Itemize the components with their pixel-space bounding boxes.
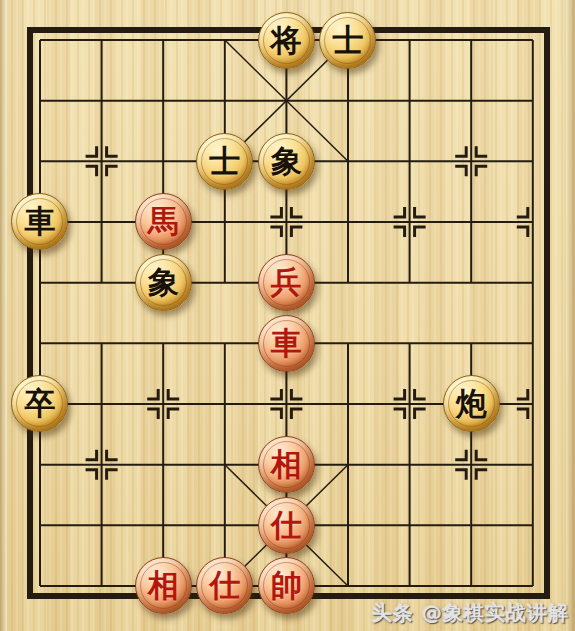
intersection-c7-r2 — [440, 131, 502, 192]
piece-glyph: 象 — [271, 146, 302, 177]
piece-black-advisor-2[interactable]: 士 — [196, 133, 253, 190]
piece-black-advisor-1[interactable]: 士 — [319, 12, 376, 69]
intersection-c1-r7 — [71, 434, 133, 495]
intersection-c7-r8 — [440, 495, 502, 556]
intersection-c3-r0 — [194, 10, 256, 71]
intersection-c4-r9: 帥 — [256, 556, 318, 617]
intersection-c2-r9: 相 — [132, 556, 194, 617]
intersection-c6-r2 — [379, 131, 441, 192]
intersection-c2-r1 — [132, 70, 194, 131]
intersection-c3-r8 — [194, 495, 256, 556]
intersection-c8-r4 — [502, 252, 564, 313]
intersection-c1-r2 — [71, 131, 133, 192]
intersection-c4-r2: 象 — [256, 131, 318, 192]
piece-red-general[interactable]: 帥 — [258, 557, 315, 614]
piece-glyph: 象 — [148, 267, 179, 298]
piece-glyph: 相 — [271, 449, 302, 480]
intersection-c4-r3 — [256, 192, 318, 253]
intersection-c3-r4 — [194, 252, 256, 313]
intersection-c7-r3 — [440, 192, 502, 253]
intersection-c2-r7 — [132, 434, 194, 495]
piece-black-elephant-1[interactable]: 象 — [258, 133, 315, 190]
intersection-c2-r3: 馬 — [132, 192, 194, 253]
intersection-c0-r9 — [9, 556, 71, 617]
intersection-c4-r5: 車 — [256, 313, 318, 374]
piece-glyph: 士 — [209, 146, 240, 177]
intersection-c4-r0: 将 — [256, 10, 318, 71]
piece-red-horse[interactable]: 馬 — [135, 193, 192, 250]
intersection-c7-r7 — [440, 434, 502, 495]
piece-glyph: 帥 — [271, 570, 302, 601]
intersection-c8-r2 — [502, 131, 564, 192]
piece-red-soldier[interactable]: 兵 — [258, 254, 315, 311]
intersection-c0-r0 — [9, 10, 71, 71]
intersection-c8-r6 — [502, 374, 564, 435]
intersection-c4-r8: 仕 — [256, 495, 318, 556]
intersection-c8-r5 — [502, 313, 564, 374]
intersection-c7-r6: 炮 — [440, 374, 502, 435]
intersection-c0-r7 — [9, 434, 71, 495]
intersection-c6-r0 — [379, 10, 441, 71]
intersection-c2-r5 — [132, 313, 194, 374]
intersection-c3-r1 — [194, 70, 256, 131]
intersection-c8-r0 — [502, 10, 564, 71]
intersection-c5-r8 — [317, 495, 379, 556]
piece-glyph: 車 — [271, 328, 302, 359]
intersection-c3-r2: 士 — [194, 131, 256, 192]
intersection-c8-r7 — [502, 434, 564, 495]
intersection-c2-r6 — [132, 374, 194, 435]
intersection-c0-r5 — [9, 313, 71, 374]
intersection-c1-r1 — [71, 70, 133, 131]
intersection-c1-r4 — [71, 252, 133, 313]
piece-glyph: 将 — [271, 25, 302, 56]
piece-glyph: 兵 — [271, 267, 302, 298]
intersection-c3-r9: 仕 — [194, 556, 256, 617]
intersection-c8-r3 — [502, 192, 564, 253]
intersection-c3-r7 — [194, 434, 256, 495]
xiangqi-board-screenshot: 将士士象車馬象兵車卒炮相仕相仕帥 头条 @象棋实战讲解 — [0, 0, 575, 631]
piece-red-elephant-2[interactable]: 相 — [135, 557, 192, 614]
intersection-c2-r2 — [132, 131, 194, 192]
intersection-c8-r8 — [502, 495, 564, 556]
intersection-c5-r2 — [317, 131, 379, 192]
piece-black-elephant-2[interactable]: 象 — [135, 254, 192, 311]
piece-black-general[interactable]: 将 — [258, 12, 315, 69]
intersection-c3-r5 — [194, 313, 256, 374]
intersection-c7-r4 — [440, 252, 502, 313]
intersection-c0-r3: 車 — [9, 192, 71, 253]
intersection-c4-r4: 兵 — [256, 252, 318, 313]
intersection-c5-r9 — [317, 556, 379, 617]
intersection-c8-r1 — [502, 70, 564, 131]
piece-glyph: 車 — [24, 206, 55, 237]
piece-glyph: 仕 — [209, 570, 240, 601]
piece-red-chariot[interactable]: 車 — [258, 315, 315, 372]
intersection-c7-r5 — [440, 313, 502, 374]
intersection-c0-r2 — [9, 131, 71, 192]
piece-black-chariot[interactable]: 車 — [11, 193, 68, 250]
intersection-c1-r9 — [71, 556, 133, 617]
intersection-c1-r3 — [71, 192, 133, 253]
intersection-c1-r6 — [71, 374, 133, 435]
piece-glyph: 士 — [332, 25, 363, 56]
intersection-c6-r1 — [379, 70, 441, 131]
intersection-c3-r6 — [194, 374, 256, 435]
piece-glyph: 馬 — [148, 206, 179, 237]
intersection-c4-r6 — [256, 374, 318, 435]
intersection-c2-r4: 象 — [132, 252, 194, 313]
intersection-c5-r3 — [317, 192, 379, 253]
intersection-c6-r3 — [379, 192, 441, 253]
intersection-c0-r6: 卒 — [9, 374, 71, 435]
intersection-c5-r0: 士 — [317, 10, 379, 71]
intersection-c6-r7 — [379, 434, 441, 495]
intersection-c5-r6 — [317, 374, 379, 435]
intersection-c0-r8 — [9, 495, 71, 556]
intersection-c1-r8 — [71, 495, 133, 556]
intersection-c6-r4 — [379, 252, 441, 313]
intersection-c5-r7 — [317, 434, 379, 495]
intersection-c0-r4 — [9, 252, 71, 313]
piece-black-soldier[interactable]: 卒 — [11, 375, 68, 432]
watermark: 头条 @象棋实战讲解 — [372, 600, 569, 627]
piece-red-advisor-1[interactable]: 仕 — [258, 497, 315, 554]
piece-glyph: 炮 — [456, 388, 487, 419]
board-grid: 将士士象車馬象兵車卒炮相仕相仕帥 — [9, 10, 563, 617]
piece-glyph: 相 — [148, 570, 179, 601]
intersection-c2-r8 — [132, 495, 194, 556]
piece-red-advisor-2[interactable]: 仕 — [196, 557, 253, 614]
piece-black-cannon[interactable]: 炮 — [443, 375, 500, 432]
intersection-c5-r5 — [317, 313, 379, 374]
intersection-c2-r0 — [132, 10, 194, 71]
piece-red-elephant-1[interactable]: 相 — [258, 436, 315, 493]
intersection-c0-r1 — [9, 70, 71, 131]
piece-glyph: 卒 — [24, 388, 55, 419]
intersection-c6-r5 — [379, 313, 441, 374]
intersection-c6-r8 — [379, 495, 441, 556]
intersection-c1-r0 — [71, 10, 133, 71]
intersection-c5-r1 — [317, 70, 379, 131]
intersection-c4-r7: 相 — [256, 434, 318, 495]
intersection-c4-r1 — [256, 70, 318, 131]
intersection-c7-r1 — [440, 70, 502, 131]
piece-glyph: 仕 — [271, 510, 302, 541]
intersection-c5-r4 — [317, 252, 379, 313]
intersection-c3-r3 — [194, 192, 256, 253]
intersection-c6-r6 — [379, 374, 441, 435]
intersection-c7-r0 — [440, 10, 502, 71]
intersection-c1-r5 — [71, 313, 133, 374]
